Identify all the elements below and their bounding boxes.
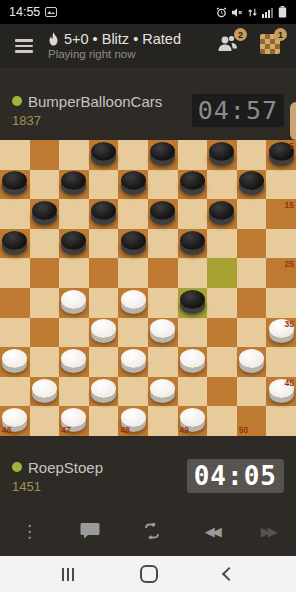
black-man[interactable] — [180, 231, 205, 250]
blitz-flame-icon — [48, 32, 59, 46]
games-button[interactable]: 1 — [260, 34, 280, 58]
board-square[interactable] — [0, 170, 30, 200]
board-square[interactable] — [148, 258, 178, 288]
board-square[interactable] — [30, 170, 60, 200]
android-nav-bar — [0, 556, 296, 592]
game-title: 5+0 • Blitz • Rated — [64, 31, 181, 48]
board-square[interactable] — [148, 140, 178, 170]
board-square[interactable] — [118, 318, 148, 348]
board-square[interactable] — [237, 318, 267, 348]
board-square[interactable]: 25 — [266, 258, 296, 288]
opponent-row: BumperBalloonCars 1837 04:57 — [0, 68, 296, 140]
board-square[interactable] — [148, 170, 178, 200]
square-coordinate: 49 — [180, 425, 189, 435]
board-square[interactable] — [30, 140, 60, 170]
friends-badge: 2 — [234, 28, 247, 41]
board-square[interactable] — [178, 229, 208, 259]
signal-icon — [262, 7, 274, 18]
board-square[interactable] — [266, 288, 296, 318]
board-square[interactable] — [89, 347, 119, 377]
board-square[interactable] — [89, 170, 119, 200]
board-square[interactable] — [148, 377, 178, 407]
board-square[interactable] — [59, 170, 89, 200]
board-square[interactable] — [59, 258, 89, 288]
online-dot — [12, 96, 22, 106]
board-square[interactable] — [266, 406, 296, 436]
board-square[interactable] — [89, 258, 119, 288]
board-square[interactable] — [118, 140, 148, 170]
board-square[interactable] — [118, 377, 148, 407]
board-square[interactable] — [59, 318, 89, 348]
board-square[interactable] — [266, 170, 296, 200]
board-square[interactable] — [237, 377, 267, 407]
board-square[interactable] — [59, 377, 89, 407]
board-square[interactable] — [30, 318, 60, 348]
white-man[interactable] — [121, 290, 146, 309]
board-square[interactable] — [207, 318, 237, 348]
board-square[interactable] — [207, 229, 237, 259]
board-square[interactable] — [30, 229, 60, 259]
black-man[interactable] — [239, 171, 264, 190]
menu-hamburger-icon[interactable] — [15, 36, 33, 56]
board-square[interactable] — [148, 318, 178, 348]
board-square[interactable] — [30, 347, 60, 377]
square-coordinate: 48 — [120, 425, 129, 435]
board-square[interactable] — [30, 199, 60, 229]
board-square[interactable] — [207, 140, 237, 170]
board-square[interactable] — [266, 229, 296, 259]
board-square[interactable] — [89, 377, 119, 407]
board-square[interactable] — [237, 288, 267, 318]
player-rating: 1451 — [12, 479, 103, 494]
board-square[interactable] — [207, 199, 237, 229]
board-square[interactable] — [89, 318, 119, 348]
board-square[interactable] — [30, 377, 60, 407]
black-man[interactable] — [150, 142, 175, 161]
board-square[interactable] — [148, 347, 178, 377]
chat-icon[interactable] — [80, 522, 100, 540]
board-square[interactable] — [178, 377, 208, 407]
board-square[interactable] — [178, 258, 208, 288]
board-square[interactable] — [237, 229, 267, 259]
black-man[interactable] — [180, 290, 205, 309]
opponent-name[interactable]: BumperBalloonCars — [28, 93, 162, 110]
board-square[interactable] — [178, 199, 208, 229]
black-man[interactable] — [209, 201, 234, 220]
game-status-text: Playing right now — [48, 48, 181, 61]
board-square[interactable] — [266, 347, 296, 377]
games-badge: 1 — [274, 28, 287, 41]
board-square[interactable]: 5 — [266, 140, 296, 170]
black-man[interactable] — [61, 171, 86, 190]
board-square[interactable] — [148, 229, 178, 259]
player-row: RoepStoep 1451 04:05 — [0, 436, 296, 506]
board-square[interactable]: 47 — [59, 406, 89, 436]
square-coordinate: 46 — [2, 425, 11, 435]
board-square[interactable]: 15 — [266, 199, 296, 229]
white-man[interactable] — [150, 379, 175, 398]
white-man[interactable] — [121, 349, 146, 368]
board-square[interactable] — [30, 406, 60, 436]
board-square[interactable]: 48 — [118, 406, 148, 436]
player-clock: 04:05 — [187, 459, 284, 493]
square-coordinate: 45 — [285, 378, 294, 388]
black-man[interactable] — [150, 201, 175, 220]
back-icon[interactable] — [222, 567, 236, 581]
board-square[interactable] — [207, 288, 237, 318]
board-square[interactable] — [59, 229, 89, 259]
app-bar: 5+0 • Blitz • Rated Playing right now 2 … — [0, 24, 296, 68]
board-square[interactable] — [0, 140, 30, 170]
board-square[interactable] — [237, 170, 267, 200]
square-coordinate: 5 — [289, 141, 294, 151]
board-square[interactable] — [118, 347, 148, 377]
board-square[interactable]: 46 — [0, 406, 30, 436]
board-square[interactable] — [118, 288, 148, 318]
board-square[interactable] — [30, 288, 60, 318]
black-man[interactable] — [180, 171, 205, 190]
white-man[interactable] — [180, 349, 205, 368]
white-man[interactable] — [91, 319, 116, 338]
board-square[interactable] — [89, 406, 119, 436]
board-square[interactable] — [178, 347, 208, 377]
board-square[interactable] — [178, 288, 208, 318]
friends-button[interactable]: 2 — [216, 34, 240, 58]
board-square[interactable] — [59, 199, 89, 229]
rewind-icon[interactable]: ◀◀ — [205, 524, 219, 539]
board-square[interactable] — [207, 406, 237, 436]
black-man[interactable] — [121, 171, 146, 190]
board-square[interactable]: 50 — [237, 406, 267, 436]
board-square[interactable] — [237, 140, 267, 170]
white-man[interactable] — [32, 379, 57, 398]
board-square[interactable] — [207, 347, 237, 377]
board-square[interactable] — [89, 199, 119, 229]
alarm-icon — [216, 7, 227, 18]
board-square[interactable] — [118, 170, 148, 200]
white-man[interactable] — [61, 349, 86, 368]
board-square[interactable] — [30, 258, 60, 288]
board-square[interactable] — [118, 258, 148, 288]
game-toolbar: ⋮ ◀◀ ▶▶ — [0, 506, 296, 556]
flip-board-icon[interactable] — [142, 523, 162, 539]
status-bar: 14:55 — [0, 0, 296, 24]
board-square[interactable] — [0, 377, 30, 407]
board-square[interactable] — [59, 347, 89, 377]
board-square[interactable] — [118, 229, 148, 259]
board-square[interactable] — [237, 258, 267, 288]
board-square[interactable] — [0, 229, 30, 259]
draughts-board: 5152535454647484950 — [0, 140, 296, 436]
board-square[interactable] — [89, 140, 119, 170]
board-square[interactable] — [0, 288, 30, 318]
board-square[interactable] — [178, 140, 208, 170]
board-square[interactable] — [0, 318, 30, 348]
board-square[interactable]: 45 — [266, 377, 296, 407]
board-square[interactable] — [148, 199, 178, 229]
home-icon[interactable] — [140, 565, 158, 583]
board-square[interactable] — [118, 199, 148, 229]
square-coordinate: 15 — [285, 200, 294, 210]
player-name[interactable]: RoepStoep — [28, 459, 103, 476]
opponent-clock: 04:57 — [192, 94, 284, 127]
black-man[interactable] — [2, 231, 27, 250]
status-time: 14:55 — [9, 5, 40, 19]
edge-pill[interactable] — [290, 102, 296, 140]
board-square[interactable] — [0, 347, 30, 377]
board-square[interactable]: 49 — [178, 406, 208, 436]
board-square[interactable] — [178, 318, 208, 348]
online-dot — [12, 462, 22, 472]
board-square[interactable] — [0, 199, 30, 229]
board-square[interactable] — [148, 288, 178, 318]
board-square[interactable] — [148, 406, 178, 436]
board-square[interactable] — [237, 199, 267, 229]
black-man[interactable] — [91, 142, 116, 161]
board-square[interactable] — [59, 140, 89, 170]
black-man[interactable] — [121, 231, 146, 250]
black-man[interactable] — [32, 201, 57, 220]
black-man[interactable] — [61, 231, 86, 250]
white-man[interactable] — [91, 379, 116, 398]
recents-icon[interactable] — [62, 568, 74, 581]
square-coordinate: 47 — [61, 425, 70, 435]
white-man[interactable] — [61, 290, 86, 309]
board-square[interactable] — [0, 258, 30, 288]
white-man[interactable] — [2, 349, 27, 368]
fast-forward-icon[interactable]: ▶▶ — [261, 524, 275, 539]
board-square[interactable] — [59, 288, 89, 318]
black-man[interactable] — [91, 201, 116, 220]
board-square[interactable] — [89, 288, 119, 318]
square-coordinate: 25 — [285, 259, 294, 269]
white-man[interactable] — [150, 319, 175, 338]
square-coordinate: 35 — [285, 319, 294, 329]
board-square[interactable] — [237, 347, 267, 377]
black-man[interactable] — [2, 171, 27, 190]
board-square[interactable] — [89, 229, 119, 259]
mute-icon — [231, 7, 243, 18]
square-coordinate: 50 — [239, 425, 248, 435]
board-square[interactable] — [178, 170, 208, 200]
more-options-icon[interactable]: ⋮ — [21, 521, 38, 542]
board-square[interactable] — [207, 258, 237, 288]
data-arrows-icon — [247, 7, 258, 18]
board-square[interactable] — [207, 170, 237, 200]
battery-icon — [278, 6, 287, 18]
white-man[interactable] — [239, 349, 264, 368]
board-square[interactable] — [207, 377, 237, 407]
board-square[interactable]: 35 — [266, 318, 296, 348]
opponent-rating: 1837 — [12, 113, 162, 128]
black-man[interactable] — [209, 142, 234, 161]
screenshot-icon — [45, 7, 57, 17]
